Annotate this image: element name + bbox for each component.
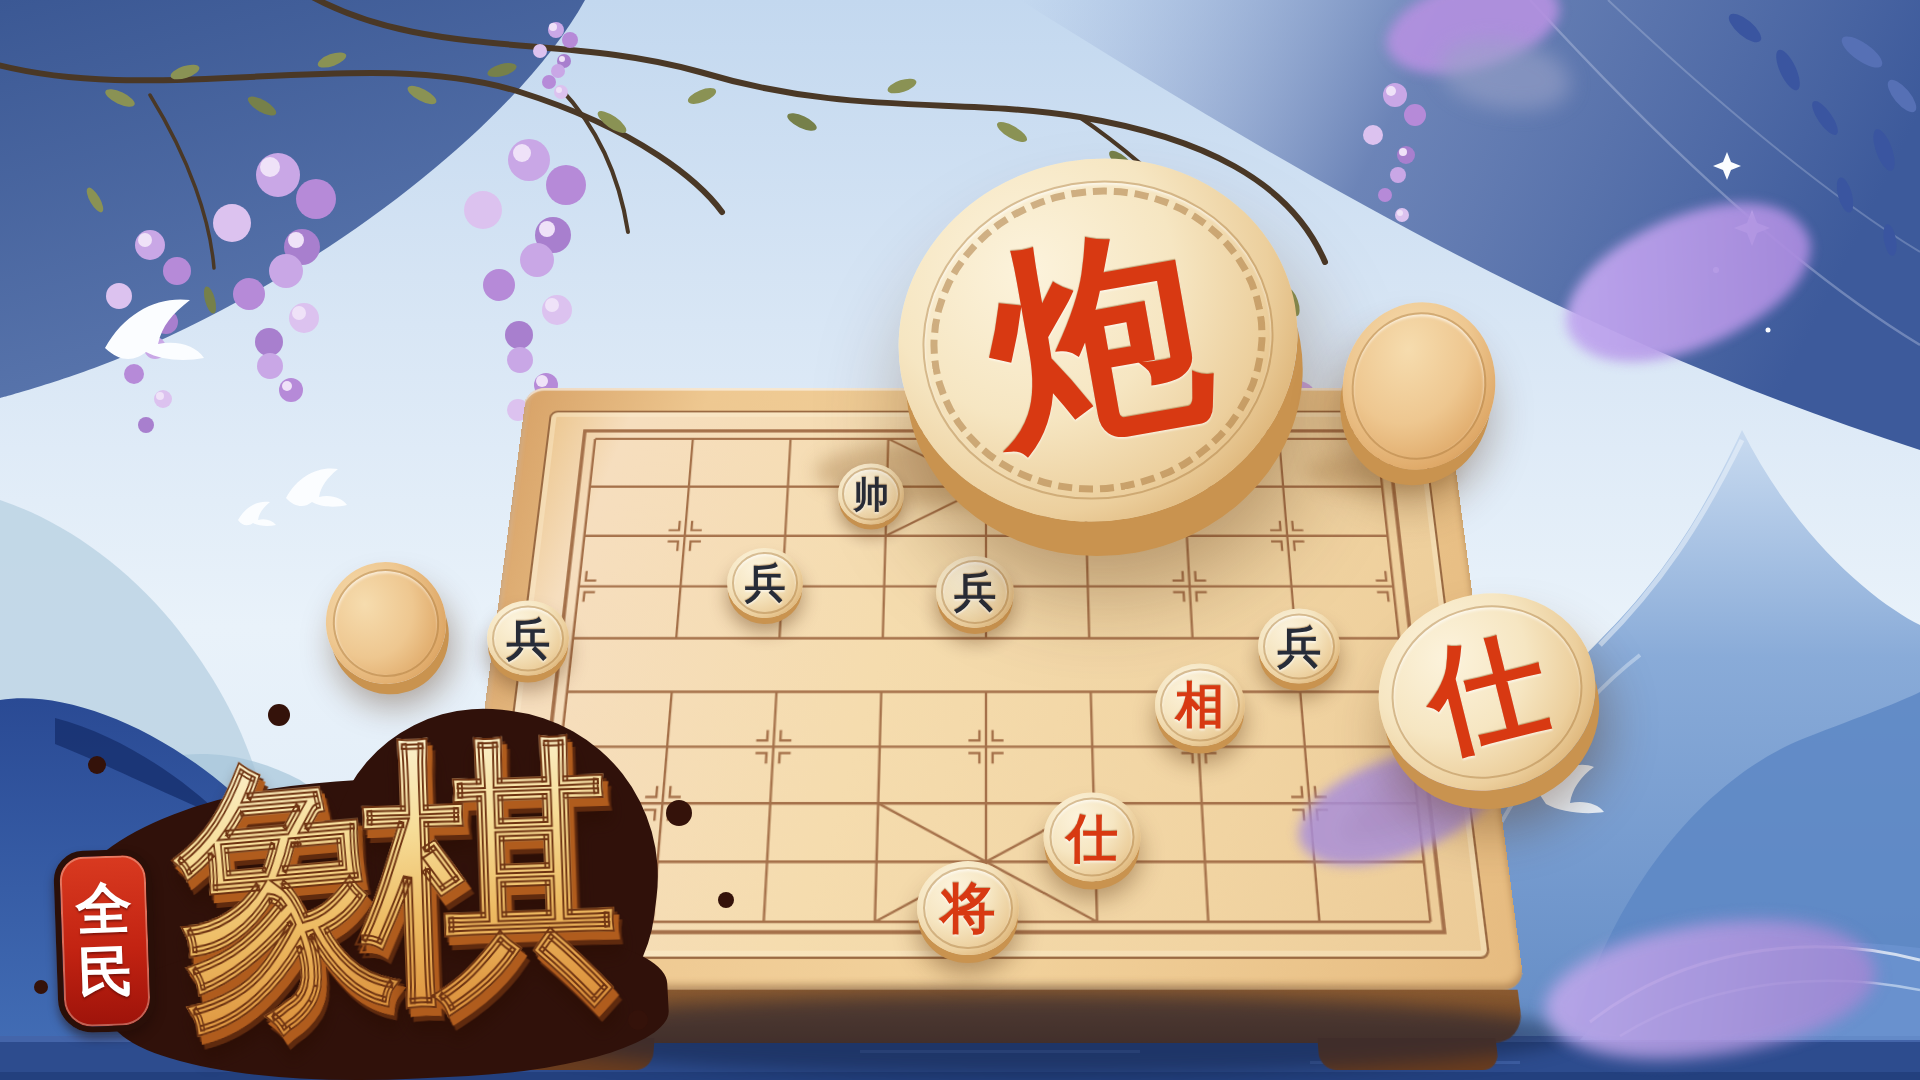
ink-dot [88,756,106,774]
ink-dot [666,800,692,826]
piece-相-g7[interactable]: 相 [1155,664,1245,747]
ink-dot [34,980,48,994]
ink-dot [628,1010,648,1030]
piece-character: 相 [1176,681,1225,730]
logo-title-char-2: 棋 [353,684,624,1071]
badge-char-bottom: 民 [77,942,135,1003]
piece-character: 兵 [1277,624,1321,668]
piece-character: 兵 [745,563,786,604]
piece-character: 仕 [1066,811,1118,863]
piece-兵-c5[interactable]: 兵 [727,548,803,618]
piece-character: 帅 [853,476,889,512]
piece-兵-h6[interactable]: 兵 [1258,609,1340,684]
xiangqi-splash-screen: { "game": "xiangqi", "app": { "name": "全… [0,0,1920,1080]
logo-badge: 全 民 [53,848,157,1033]
piece-character: 将 [941,881,996,936]
piece-character: 兵 [954,571,996,613]
piece-将-e10[interactable]: 将 [917,861,1019,955]
piece-character: 炮 [973,215,1223,465]
ink-dot [718,892,734,908]
piece-character: 兵 [506,616,550,660]
piece-兵-a6[interactable]: 兵 [487,601,569,676]
piece-帅-d3[interactable]: 帅 [838,464,904,525]
piece-兵-e5[interactable]: 兵 [936,556,1014,628]
game-logo: 全 民 象 棋 [18,680,718,1080]
badge-char-top: 全 [75,879,133,940]
piece-仕-f9[interactable]: 仕 [1044,793,1141,882]
